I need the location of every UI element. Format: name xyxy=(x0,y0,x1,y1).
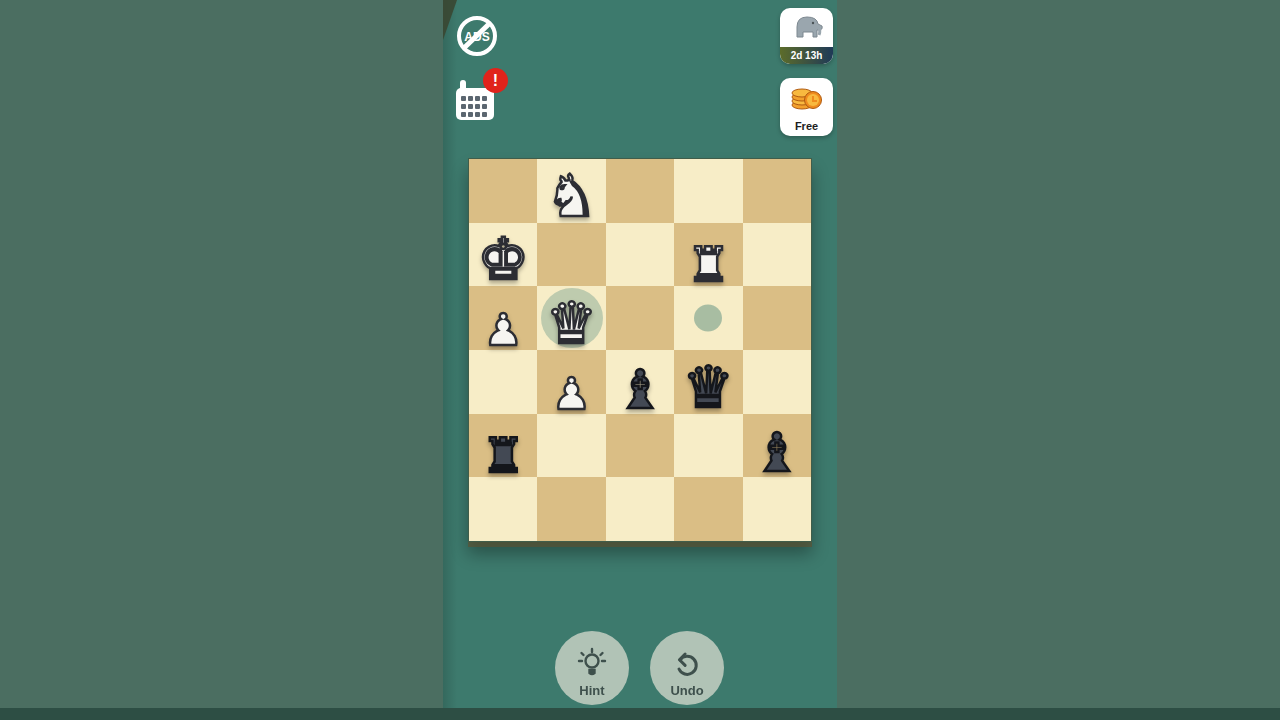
free-gift-card[interactable]: Free xyxy=(780,78,833,136)
square-r5-c4[interactable] xyxy=(674,414,742,478)
lightbulb-icon xyxy=(575,647,609,681)
piece-white-pawn[interactable]: ♟ xyxy=(537,372,605,416)
piece-black-rook[interactable]: ♜ xyxy=(469,431,537,479)
square-r3-c3[interactable] xyxy=(606,286,674,350)
coins-icon xyxy=(780,78,833,116)
square-r5-c3[interactable] xyxy=(606,414,674,478)
piece-black-bishop[interactable]: ♝ xyxy=(743,426,811,479)
undo-arrow-icon xyxy=(670,647,704,681)
square-r1-c4[interactable] xyxy=(674,159,742,223)
piece-black-bishop[interactable]: ♝ xyxy=(606,363,674,416)
piece-white-knight[interactable]: ♞ xyxy=(537,167,605,225)
square-r5-c1[interactable]: ♜ xyxy=(469,414,537,478)
video-frame: ADS ! xyxy=(0,0,1280,720)
square-r6-c5[interactable] xyxy=(743,477,811,541)
piggy-timer: 2d 13h xyxy=(780,47,833,64)
square-r3-c5[interactable] xyxy=(743,286,811,350)
square-r2-c1[interactable]: ♚ xyxy=(469,223,537,287)
square-r2-c4[interactable]: ♜ xyxy=(674,223,742,287)
square-r4-c4[interactable]: ♛ xyxy=(674,350,742,414)
square-r4-c5[interactable] xyxy=(743,350,811,414)
gift-label: Free xyxy=(780,120,833,132)
piece-white-rook[interactable]: ♜ xyxy=(674,240,742,288)
square-r2-c2[interactable] xyxy=(537,223,605,287)
daily-calendar-button[interactable]: ! xyxy=(454,76,500,126)
chess-board: ♞♚♜♟♛♟♝♛♜♝ xyxy=(468,158,812,542)
square-r5-c2[interactable] xyxy=(537,414,605,478)
piece-white-king[interactable]: ♚ xyxy=(469,230,537,288)
square-r6-c4[interactable] xyxy=(674,477,742,541)
square-r3-c2[interactable]: ♛ xyxy=(537,286,605,350)
piece-white-pawn[interactable]: ♟ xyxy=(469,308,537,352)
square-r1-c5[interactable] xyxy=(743,159,811,223)
square-r6-c3[interactable] xyxy=(606,477,674,541)
undo-label: Undo xyxy=(670,683,703,698)
square-r1-c2[interactable]: ♞ xyxy=(537,159,605,223)
square-r3-c1[interactable]: ♟ xyxy=(469,286,537,350)
square-r4-c3[interactable]: ♝ xyxy=(606,350,674,414)
legal-move-dot[interactable] xyxy=(694,305,722,332)
square-r4-c2[interactable]: ♟ xyxy=(537,350,605,414)
square-r6-c1[interactable] xyxy=(469,477,537,541)
undo-button[interactable]: Undo xyxy=(650,631,724,705)
piggy-bank-card[interactable]: 2d 13h xyxy=(780,8,833,64)
square-r5-c5[interactable]: ♝ xyxy=(743,414,811,478)
alert-badge: ! xyxy=(483,68,508,93)
square-r1-c3[interactable] xyxy=(606,159,674,223)
square-r4-c1[interactable] xyxy=(469,350,537,414)
ads-icon-label: ADS xyxy=(464,30,489,44)
elephant-icon xyxy=(780,8,833,46)
app-screen: ADS ! xyxy=(443,0,837,720)
hint-button[interactable]: Hint xyxy=(555,631,629,705)
piece-black-queen[interactable]: ♛ xyxy=(674,359,742,416)
piece-white-queen[interactable]: ♛ xyxy=(537,295,605,352)
hint-label: Hint xyxy=(579,683,604,698)
square-r2-c3[interactable] xyxy=(606,223,674,287)
square-r2-c5[interactable] xyxy=(743,223,811,287)
square-r3-c4[interactable] xyxy=(674,286,742,350)
square-r6-c2[interactable] xyxy=(537,477,605,541)
no-ads-button[interactable]: ADS xyxy=(455,14,499,58)
square-r1-c1[interactable] xyxy=(469,159,537,223)
